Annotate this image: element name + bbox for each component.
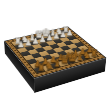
piece-white-pawn[interactable]: ♟ bbox=[25, 39, 32, 46]
piece-white-pawn[interactable]: ♟ bbox=[17, 41, 24, 48]
piece-black-rook[interactable]: ♜ bbox=[37, 63, 46, 72]
piece-white-pawn[interactable]: ♟ bbox=[66, 30, 73, 37]
chess-set-photo: ♜♞♝♛♚♝♞♜♟♟♟♟♟♟♟♟♟♟♟♟♟♟♟♟♜♞♝♛♚♝♞♜ bbox=[0, 0, 110, 110]
piece-black-knight[interactable]: ♞ bbox=[45, 61, 54, 70]
piece-white-pawn[interactable]: ♟ bbox=[39, 36, 46, 43]
chess-case: ♜♞♝♛♚♝♞♜♟♟♟♟♟♟♟♟♟♟♟♟♟♟♟♟♜♞♝♛♚♝♞♜ bbox=[4, 26, 106, 78]
piece-white-pawn[interactable]: ♟ bbox=[32, 38, 39, 45]
piece-white-pawn[interactable]: ♟ bbox=[53, 33, 60, 40]
piece-white-pawn[interactable]: ♟ bbox=[60, 31, 67, 38]
piece-white-pawn[interactable]: ♟ bbox=[46, 34, 53, 41]
